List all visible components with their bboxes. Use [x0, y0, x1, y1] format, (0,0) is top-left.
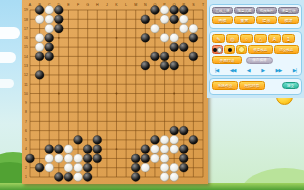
- cloud-decoration: [0, 27, 20, 39]
- black-stone-M1: [131, 173, 140, 182]
- white-stone-Q5: [170, 135, 179, 144]
- black-stone-Q15: [170, 43, 179, 52]
- star-point: [58, 37, 60, 39]
- class-online-button[interactable]: 在线上课: [212, 7, 233, 14]
- cloud-decoration: [0, 79, 14, 88]
- save-record-button[interactable]: 保存棋谱: [246, 57, 273, 64]
- white-stone-C17: [45, 24, 54, 33]
- white-stone-P4: [160, 145, 169, 154]
- open-record-button[interactable]: 开局打谱: [212, 56, 242, 64]
- white-stone-E3: [64, 154, 73, 163]
- black-stone-P14: [160, 52, 169, 61]
- black-stone-R6: [179, 126, 188, 135]
- black-stone-D4: [54, 145, 63, 154]
- submit-button[interactable]: 提交: [282, 82, 299, 89]
- column-label: K: [115, 3, 118, 7]
- mode-hint-button[interactable]: 提示: [256, 16, 277, 24]
- black-stone-C15: [45, 43, 54, 52]
- black-stone-N3: [141, 154, 150, 163]
- black-stone-C4: [45, 145, 54, 154]
- column-label: H: [96, 3, 99, 7]
- mode-undo-button[interactable]: 悔棋: [212, 16, 233, 24]
- white-stone-F2: [74, 163, 83, 172]
- class-interact-button[interactable]: 课堂互动: [278, 7, 299, 14]
- white-stone-R18: [179, 15, 188, 24]
- black-stone-P13: [160, 61, 169, 70]
- black-stone-S5: [189, 135, 198, 144]
- black-stone-D18: [54, 15, 63, 24]
- row-label: 1: [25, 175, 27, 179]
- black-stone-N4: [141, 145, 150, 154]
- black-stone-H4: [93, 145, 102, 154]
- media-next-button[interactable]: ▶: [261, 67, 264, 73]
- star-point: [58, 93, 60, 95]
- black-stone-G2: [83, 163, 92, 172]
- black-stone-B19: [35, 6, 44, 15]
- black-stone-B14: [35, 52, 44, 61]
- white-stone-R17: [179, 24, 188, 33]
- tool-letter-mark-button[interactable]: A: [268, 34, 281, 43]
- black-stone-S16: [189, 33, 198, 42]
- black-stone-G4: [83, 145, 92, 154]
- row-label: 6: [25, 129, 27, 133]
- black-stone-icon: [228, 48, 232, 52]
- stone-black-button[interactable]: [224, 45, 235, 54]
- media-forward-button[interactable]: ▶▶: [276, 67, 282, 73]
- black-stone-E1: [64, 173, 73, 182]
- black-stone-Q18: [170, 15, 179, 24]
- column-label: T: [202, 3, 205, 7]
- black-stone-R4: [179, 145, 188, 154]
- black-stone-G1: [83, 173, 92, 182]
- media-prev-button[interactable]: ◀: [247, 67, 250, 73]
- black-stone-B2: [35, 163, 44, 172]
- homework-button[interactable]: 系统作业: [212, 81, 238, 90]
- row-label: 9: [25, 101, 27, 105]
- tool-triangle-mark-button[interactable]: △: [254, 34, 267, 43]
- row-label: 11: [24, 83, 28, 87]
- black-stone-D17: [54, 24, 63, 33]
- white-stone-P3: [160, 154, 169, 163]
- row-label: 15: [24, 45, 28, 49]
- black-stone-O14: [151, 52, 160, 61]
- star-point: [116, 93, 118, 95]
- column-label: E: [67, 3, 70, 7]
- star-point: [116, 148, 118, 150]
- white-stone-P19: [160, 6, 169, 15]
- white-stone-Q2: [170, 163, 179, 172]
- row-label: 5: [25, 138, 27, 142]
- tool-number-mark-button[interactable]: 1: [282, 34, 295, 43]
- black-stone-H3: [93, 154, 102, 163]
- media-last-button[interactable]: ▶|: [293, 67, 296, 73]
- row-label: 10: [24, 92, 28, 96]
- clear-board-button[interactable]: 清空棋盘: [274, 45, 299, 54]
- mode-reset-button[interactable]: 重置: [234, 16, 255, 24]
- row-label: 17: [24, 27, 28, 31]
- black-stone-N18: [141, 15, 150, 24]
- black-stone-icon: [213, 48, 217, 52]
- white-stone-icon: [217, 47, 223, 53]
- go-board-grid: A19B18C17D16E15F14G13H12J11K10L9M8N7O6P5…: [22, 0, 208, 184]
- white-stone-F1: [74, 173, 83, 182]
- mode-record-button[interactable]: 棋谱: [278, 16, 299, 24]
- column-label: G: [86, 3, 89, 7]
- white-stone-Q4: [170, 145, 179, 154]
- black-stone-R2: [179, 163, 188, 172]
- white-stone-P1: [160, 173, 169, 182]
- white-stone-C19: [45, 6, 54, 15]
- grass-strip: [0, 183, 304, 190]
- black-stone-N13: [141, 61, 150, 70]
- white-stone-D3: [54, 154, 63, 163]
- white-stone-B15: [35, 43, 44, 52]
- black-stone-M3: [131, 154, 140, 163]
- tool-pen-button[interactable]: ✎: [212, 34, 225, 43]
- white-stone-E4: [64, 145, 73, 154]
- white-stone-P2: [160, 163, 169, 172]
- black-stone-C16: [45, 33, 54, 42]
- restore-board-button[interactable]: 恢复棋盘: [248, 45, 273, 54]
- row-label: 14: [24, 55, 28, 59]
- white-stone-B16: [35, 33, 44, 42]
- column-label: F: [77, 3, 80, 7]
- stone-white-button[interactable]: [236, 45, 247, 54]
- white-stone-P5: [160, 135, 169, 144]
- black-stone-O19: [151, 6, 160, 15]
- star-point: [173, 93, 175, 95]
- stone-alternate-button[interactable]: [212, 45, 223, 54]
- row-label: 2: [25, 166, 27, 170]
- class-quiz-button[interactable]: 随堂试题: [234, 7, 255, 14]
- black-stone-N16: [141, 33, 150, 42]
- black-stone-R19: [179, 6, 188, 15]
- black-stone-R15: [179, 43, 188, 52]
- column-label: S: [192, 3, 195, 7]
- white-stone-C18: [45, 15, 54, 24]
- go-board[interactable]: A19B18C17D16E15F14G13H12J11K10L9M8N7O6P5…: [22, 0, 208, 184]
- black-stone-A3: [26, 154, 35, 163]
- black-stone-G3: [83, 154, 92, 163]
- white-stone-O3: [151, 154, 160, 163]
- row-label: 12: [24, 73, 28, 77]
- white-stone-E2: [64, 163, 73, 172]
- tool-circle-mark-button[interactable]: ○: [240, 34, 253, 43]
- black-stone-O5: [151, 135, 160, 144]
- black-stone-M2: [131, 163, 140, 172]
- white-stone-S17: [189, 24, 198, 33]
- edit-card: ✎ ◎ ○ △ A 1 恢复棋盘 清空棋盘 开局打谱 保存棋谱 |◀: [209, 31, 302, 76]
- column-label: J: [106, 3, 108, 7]
- cloud-decoration: [0, 52, 16, 63]
- white-stone-B18: [35, 15, 44, 24]
- white-stone-O17: [151, 24, 160, 33]
- class-video-button[interactable]: 视频教程: [256, 7, 277, 14]
- white-stone-O4: [151, 145, 160, 154]
- white-stone-C2: [45, 163, 54, 172]
- column-label: N: [144, 3, 147, 7]
- black-stone-S14: [189, 52, 198, 61]
- row-label: 7: [25, 120, 27, 124]
- row-label: 18: [24, 18, 28, 22]
- white-stone-Q16: [170, 33, 179, 42]
- row-label: 19: [24, 8, 28, 12]
- black-stone-F5: [74, 135, 83, 144]
- white-stone-F3: [74, 154, 83, 163]
- column-label: M: [134, 3, 137, 7]
- row-label: 4: [25, 147, 27, 151]
- black-stone-D1: [54, 173, 63, 182]
- row-label: 8: [25, 110, 27, 114]
- practice-button[interactable]: 模拟对弈: [239, 81, 265, 90]
- column-label: A: [29, 3, 32, 7]
- black-stone-Q13: [170, 61, 179, 70]
- app-screen: A19B18C17D16E15F14G13H12J11K10L9M8N7O6P5…: [0, 0, 304, 190]
- white-stone-P16: [160, 33, 169, 42]
- tool-eraser-button[interactable]: ◎: [226, 34, 239, 43]
- column-label: L: [125, 3, 127, 7]
- black-stone-Q6: [170, 126, 179, 135]
- black-stone-H5: [93, 135, 102, 144]
- homework-card: 系统作业 模拟对弈 提交: [209, 78, 302, 95]
- black-stone-D19: [54, 6, 63, 15]
- white-stone-N2: [141, 163, 150, 172]
- media-first-button[interactable]: |◀: [215, 67, 218, 73]
- black-stone-Q19: [170, 6, 179, 15]
- white-stone-icon: [238, 46, 245, 53]
- black-stone-C14: [45, 52, 54, 61]
- white-stone-C3: [45, 154, 54, 163]
- media-rewind-button[interactable]: ◀◀: [230, 67, 236, 73]
- class-card: 在线上课 随堂试题 视频教程 课堂互动 悔棋 重置 提示 棋谱: [209, 4, 302, 29]
- black-stone-B12: [35, 71, 44, 80]
- white-stone-Q1: [170, 173, 179, 182]
- star-point: [116, 37, 118, 39]
- white-stone-P18: [160, 15, 169, 24]
- row-label: 16: [24, 36, 28, 40]
- row-label: 13: [24, 64, 28, 68]
- black-stone-R3: [179, 154, 188, 163]
